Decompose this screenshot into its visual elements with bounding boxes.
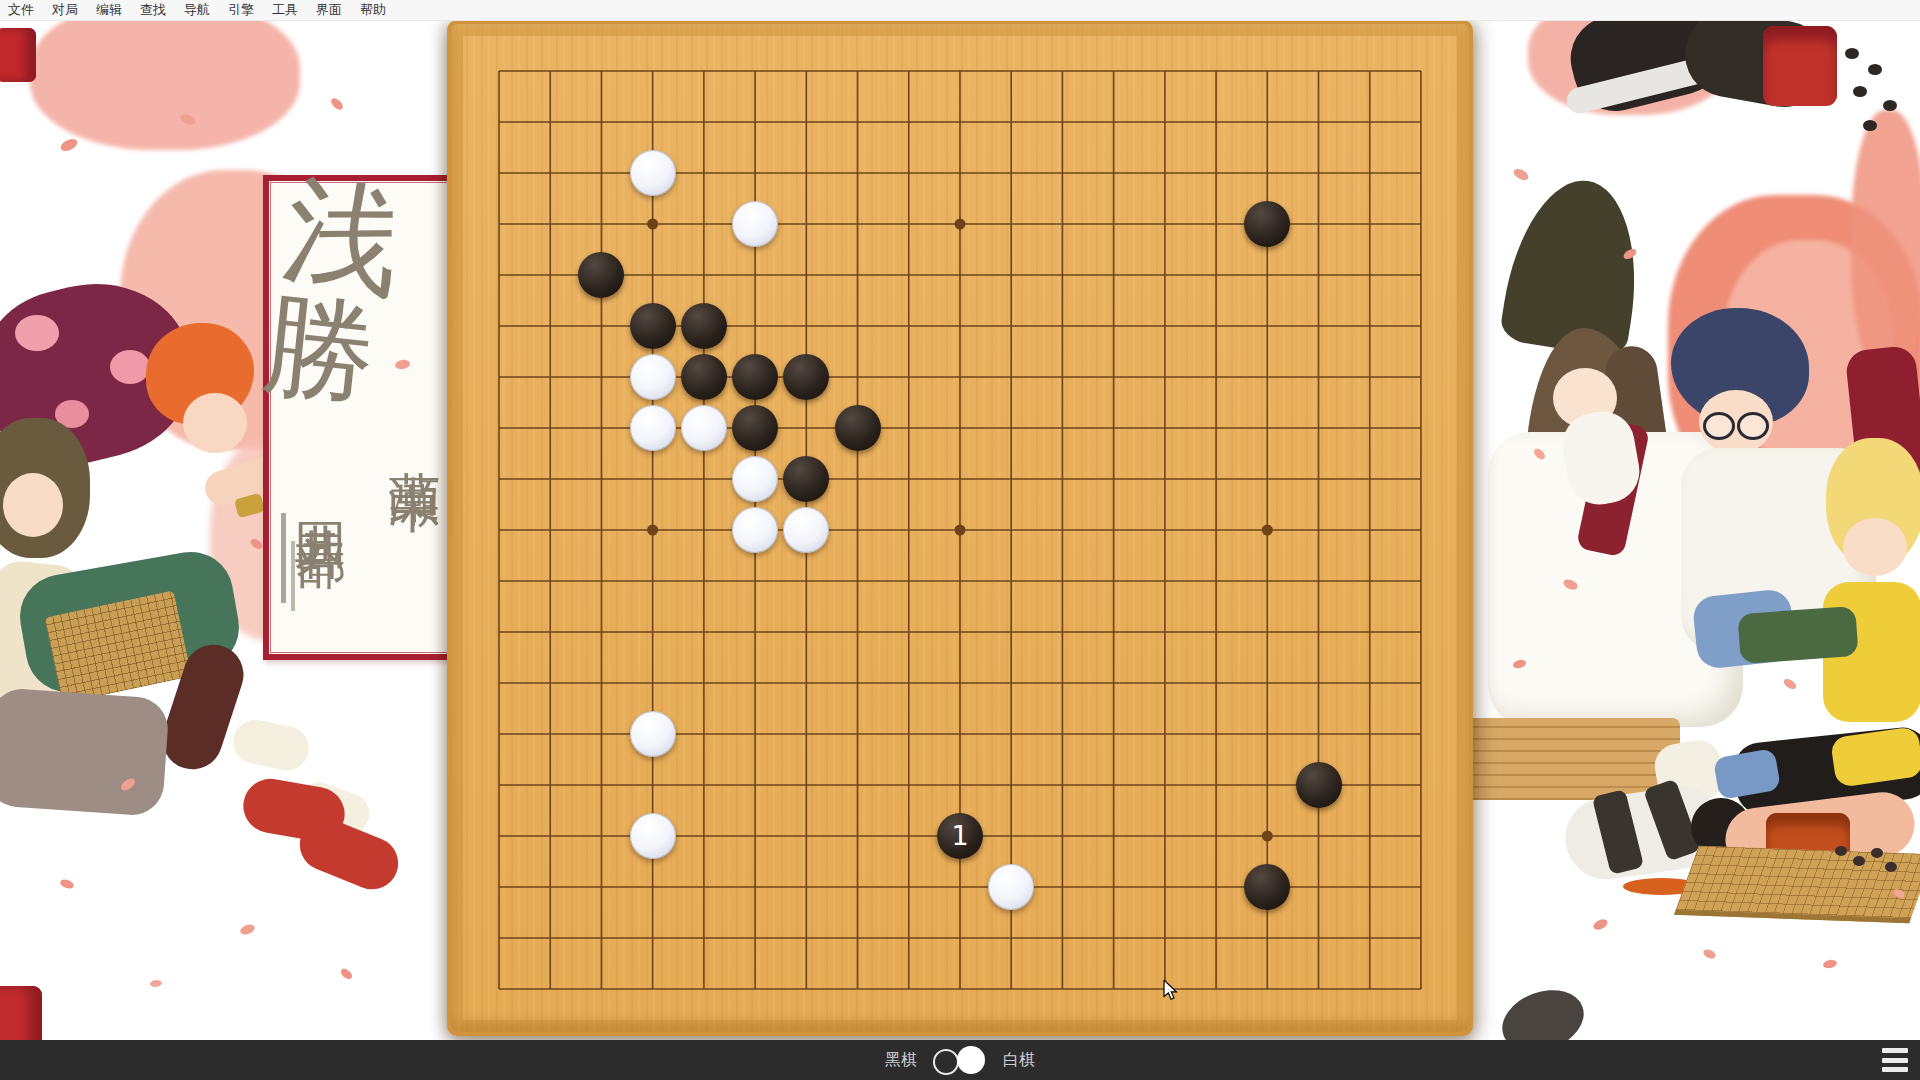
white-stone[interactable]: [732, 456, 778, 502]
petal: [1592, 917, 1609, 932]
sock-shape: [229, 716, 312, 775]
move-number-label: 1: [951, 822, 968, 849]
go-stone-black: [1883, 100, 1897, 111]
white-stone[interactable]: [630, 354, 676, 400]
grey-skirt-shape: [0, 687, 170, 817]
petal: [339, 967, 354, 981]
white-stone[interactable]: [732, 201, 778, 247]
go-board[interactable]: 1: [447, 20, 1473, 1036]
goban-table-shape: [1674, 846, 1920, 923]
go-bowl-red: [0, 986, 42, 1040]
green-cushion-shape: [1737, 606, 1858, 664]
black-stone[interactable]: [1244, 201, 1290, 247]
black-white-toggle[interactable]: [933, 1046, 987, 1074]
go-stone-black: [1863, 120, 1877, 131]
black-player-label: 黑棋: [885, 1050, 917, 1071]
petal: [1512, 167, 1530, 182]
app-window: 文件对局编辑查找导航引擎工具界面帮助: [0, 0, 1920, 1080]
white-stone[interactable]: [630, 813, 676, 859]
black-stone[interactable]: [1244, 864, 1290, 910]
left-artwork: 浅 勝 葉瀬中 囲碁部: [0, 20, 447, 1040]
black-stone[interactable]: [783, 456, 829, 502]
petal: [59, 878, 75, 889]
black-stone[interactable]: [835, 405, 881, 451]
scroll-large-char: 勝: [257, 287, 380, 410]
toggle-white-circle: [957, 1046, 985, 1074]
right-artwork: [1473, 20, 1920, 1040]
go-stone-black: [1845, 48, 1859, 59]
menu-bar: 文件对局编辑查找导航引擎工具界面帮助: [0, 0, 1920, 21]
menu-item-7[interactable]: 工具: [267, 0, 303, 20]
go-stone-black: [1885, 862, 1897, 872]
go-stone-black: [1868, 64, 1882, 75]
bottom-bar: 黑棋 白棋: [0, 1040, 1920, 1080]
board-grid[interactable]: 1: [473, 46, 1446, 1015]
scroll-column-left: 囲碁部: [295, 481, 347, 499]
menu-item-5[interactable]: 导航: [179, 0, 215, 20]
white-stone[interactable]: [988, 864, 1034, 910]
petal: [239, 922, 256, 936]
white-stone[interactable]: [630, 150, 676, 196]
white-stone[interactable]: [732, 507, 778, 553]
white-stone[interactable]: [630, 711, 676, 757]
petal: [1702, 948, 1717, 960]
flower-dot: [15, 315, 59, 351]
black-stone[interactable]: [681, 303, 727, 349]
black-stone[interactable]: [732, 354, 778, 400]
flower-blob: [30, 20, 300, 150]
petal: [1822, 958, 1838, 969]
main-area: 浅 勝 葉瀬中 囲碁部: [0, 20, 1920, 1040]
color-toggle-group: 黑棋 白棋: [0, 1040, 1920, 1080]
glasses-icon: [1703, 412, 1735, 440]
white-player-label: 白棋: [1003, 1050, 1035, 1071]
black-stone[interactable]: [732, 405, 778, 451]
dark-stone-shape: [1494, 979, 1593, 1040]
face-shape: [3, 473, 63, 537]
scroll-column-right: 葉瀬中: [389, 429, 441, 447]
petal: [1782, 677, 1798, 691]
menu-item-8[interactable]: 界面: [311, 0, 347, 20]
flower-dot: [110, 350, 150, 384]
face-shape: [1843, 518, 1907, 576]
go-stone-black: [1835, 846, 1847, 856]
menu-item-1[interactable]: 文件: [3, 0, 39, 20]
go-stone-black: [1853, 86, 1867, 97]
black-stone[interactable]: [630, 303, 676, 349]
menu-item-4[interactable]: 查找: [135, 0, 171, 20]
black-stone[interactable]: [681, 354, 727, 400]
petal: [329, 96, 345, 111]
white-stone[interactable]: [783, 507, 829, 553]
menu-item-6[interactable]: 引擎: [223, 0, 259, 20]
go-bowl-red: [1763, 26, 1837, 106]
black-stone[interactable]: [1296, 762, 1342, 808]
menu-item-2[interactable]: 对局: [47, 0, 83, 20]
white-stone[interactable]: [630, 405, 676, 451]
menu-item-9[interactable]: 帮助: [355, 0, 391, 20]
calligraphy-scroll: 浅 勝 葉瀬中 囲碁部: [263, 175, 447, 660]
petal: [149, 979, 162, 988]
go-stone-black: [1871, 848, 1883, 858]
menu-item-3[interactable]: 编辑: [91, 0, 127, 20]
glasses-icon: [1737, 412, 1769, 440]
hamburger-icon[interactable]: [1882, 1048, 1908, 1072]
go-bowl-red: [0, 28, 36, 82]
signature-mark: [291, 541, 295, 611]
signature-mark: [281, 513, 286, 603]
go-stone-black: [1853, 856, 1865, 866]
toggle-black-circle: [933, 1049, 959, 1075]
black-stone-move-1[interactable]: 1: [937, 813, 983, 859]
flower-blob: [1851, 110, 1920, 380]
black-stone[interactable]: [578, 252, 624, 298]
petal: [59, 136, 80, 154]
black-stone[interactable]: [783, 354, 829, 400]
white-stone[interactable]: [681, 405, 727, 451]
